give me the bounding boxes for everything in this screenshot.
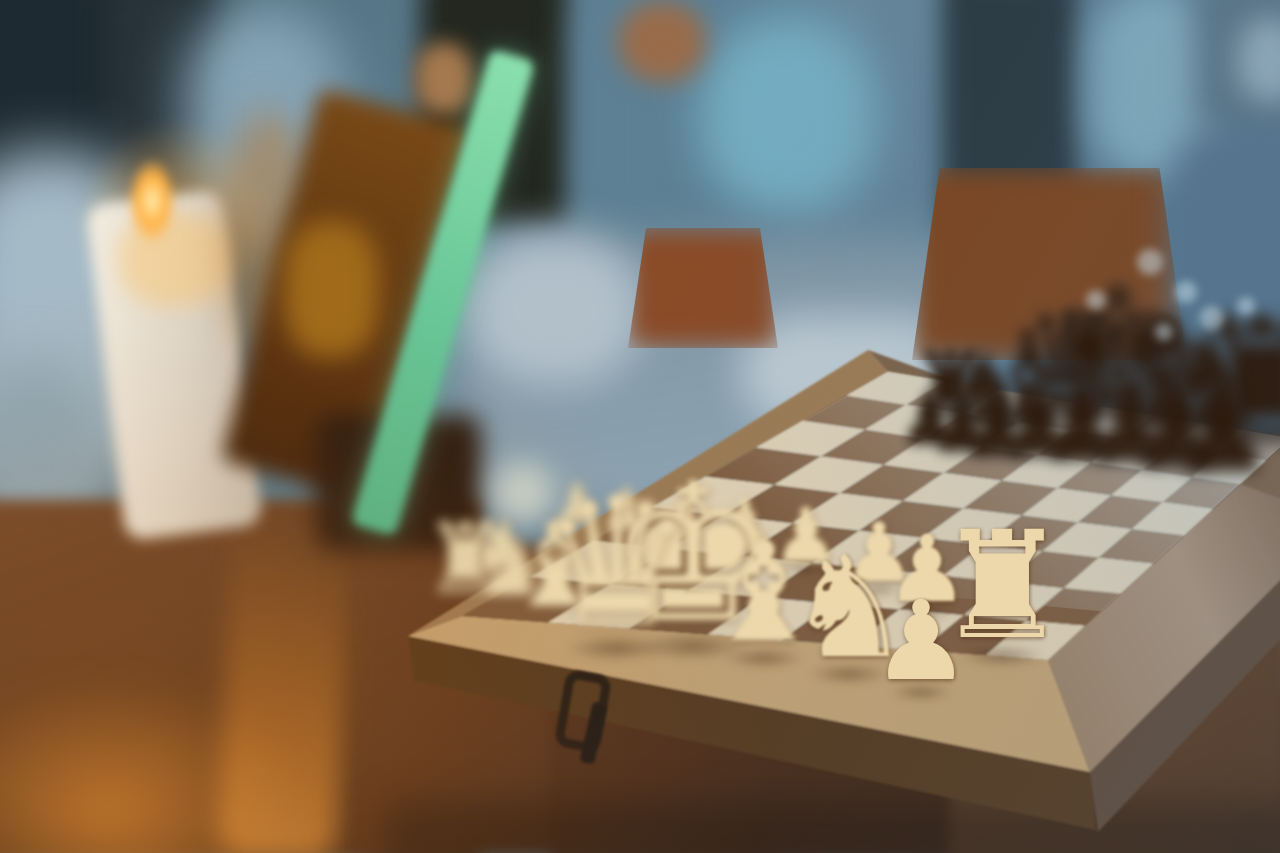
bokeh-highlight — [1137, 249, 1163, 275]
cafe-chess-photo: ♜♟♞♟♝♟♚♟♛♟♝♟♞♟♜♟♜♞♝♛♚♝♞♜♟♟♟♟♟♟♟♟ — [0, 0, 1280, 853]
bokeh-highlight — [1237, 297, 1255, 315]
bokeh-highlight — [1155, 323, 1173, 341]
bokeh-highlight — [1086, 290, 1106, 310]
white-pawn-h2[interactable]: ♟ — [872, 586, 971, 696]
bokeh-highlight — [1200, 306, 1224, 330]
black-pawn-h7[interactable]: ♟ — [1169, 370, 1275, 488]
white-queen-d1[interactable]: ♛ — [537, 474, 697, 652]
bokeh-highlight — [1175, 281, 1197, 303]
